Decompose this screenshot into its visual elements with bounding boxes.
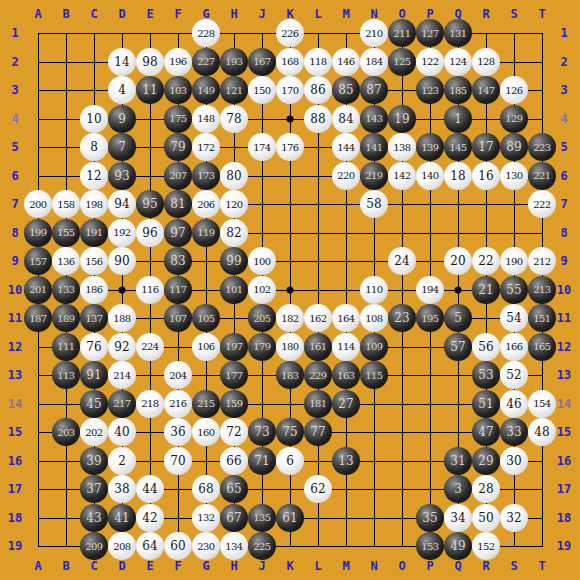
stone-black-101[interactable]: 101 (220, 276, 248, 304)
stone-white-158[interactable]: 158 (52, 190, 80, 218)
stone-black-189[interactable]: 189 (52, 304, 80, 332)
stone-white-172[interactable]: 172 (192, 133, 220, 161)
stone-white-42[interactable]: 42 (136, 504, 164, 532)
stone-black-89[interactable]: 89 (500, 133, 528, 161)
stone-number: 16 (478, 169, 493, 183)
stone-black-221[interactable]: 221 (528, 162, 556, 190)
stone-white-40[interactable]: 40 (108, 418, 136, 446)
stone-black-183[interactable]: 183 (276, 361, 304, 389)
stone-number: 79 (170, 140, 185, 154)
stone-white-142[interactable]: 142 (388, 162, 416, 190)
stone-number: 56 (478, 340, 493, 354)
stone-white-10[interactable]: 10 (80, 105, 108, 133)
stone-black-17[interactable]: 17 (472, 133, 500, 161)
stone-number: 163 (337, 370, 354, 381)
stone-white-218[interactable]: 218 (136, 390, 164, 418)
row-label-right-7: 7 (560, 198, 567, 210)
stone-black-119[interactable]: 119 (192, 219, 220, 247)
stone-black-135[interactable]: 135 (248, 504, 276, 532)
stone-black-177[interactable]: 177 (220, 361, 248, 389)
stone-white-132[interactable]: 132 (192, 504, 220, 532)
stone-black-53[interactable]: 53 (472, 361, 500, 389)
stone-white-28[interactable]: 28 (472, 475, 500, 503)
stone-white-126[interactable]: 126 (500, 76, 528, 104)
stone-number: 135 (253, 512, 270, 523)
stone-white-14[interactable]: 14 (108, 48, 136, 76)
stone-white-184[interactable]: 184 (360, 48, 388, 76)
stone-black-205[interactable]: 205 (248, 304, 276, 332)
stone-white-4[interactable]: 4 (108, 76, 136, 104)
stone-number: 150 (253, 85, 270, 96)
stone-number: 70 (170, 454, 185, 468)
row-label-right-12: 12 (557, 341, 571, 353)
stone-white-70[interactable]: 70 (164, 447, 192, 475)
stone-white-134[interactable]: 134 (220, 532, 248, 560)
stone-number: 118 (309, 56, 326, 67)
stone-white-22[interactable]: 22 (472, 247, 500, 275)
stone-white-216[interactable]: 216 (164, 390, 192, 418)
stone-white-12[interactable]: 12 (80, 162, 108, 190)
stone-number: 214 (113, 370, 130, 381)
stone-white-90[interactable]: 90 (108, 247, 136, 275)
stone-black-31[interactable]: 31 (444, 447, 472, 475)
stone-number: 97 (170, 226, 185, 240)
stone-white-100[interactable]: 100 (248, 247, 276, 275)
col-label-bottom-G: G (202, 560, 209, 572)
stone-white-156[interactable]: 156 (80, 247, 108, 275)
col-label-top-J: J (258, 8, 265, 20)
stone-black-3[interactable]: 3 (444, 475, 472, 503)
stone-white-198[interactable]: 198 (80, 190, 108, 218)
stone-black-167[interactable]: 167 (248, 48, 276, 76)
stone-black-229[interactable]: 229 (304, 361, 332, 389)
row-label-left-5: 5 (11, 141, 18, 153)
stone-black-187[interactable]: 187 (24, 304, 52, 332)
stone-white-214[interactable]: 214 (108, 361, 136, 389)
stone-black-91[interactable]: 91 (80, 361, 108, 389)
stone-white-164[interactable]: 164 (332, 304, 360, 332)
stone-white-18[interactable]: 18 (444, 162, 472, 190)
row-label-right-19: 19 (557, 540, 571, 552)
stone-white-62[interactable]: 62 (304, 475, 332, 503)
stone-number: 159 (225, 398, 242, 409)
stone-white-82[interactable]: 82 (220, 219, 248, 247)
stone-black-159[interactable]: 159 (220, 390, 248, 418)
row-label-left-10: 10 (8, 284, 22, 296)
stone-number: 61 (282, 511, 297, 525)
stone-number: 24 (394, 254, 409, 268)
stone-white-228[interactable]: 228 (192, 19, 220, 47)
stone-white-2[interactable]: 2 (108, 447, 136, 475)
stone-black-123[interactable]: 123 (416, 76, 444, 104)
stone-white-174[interactable]: 174 (248, 133, 276, 161)
stone-black-143[interactable]: 143 (360, 105, 388, 133)
stone-white-84[interactable]: 84 (332, 105, 360, 133)
stone-black-29[interactable]: 29 (472, 447, 500, 475)
stone-white-204[interactable]: 204 (164, 361, 192, 389)
stone-number: 41 (114, 511, 129, 525)
stone-white-168[interactable]: 168 (276, 48, 304, 76)
stone-number: 191 (85, 227, 102, 238)
stone-white-72[interactable]: 72 (220, 418, 248, 446)
stone-black-11[interactable]: 11 (136, 76, 164, 104)
stone-black-81[interactable]: 81 (164, 190, 192, 218)
stone-black-75[interactable]: 75 (276, 418, 304, 446)
stone-white-160[interactable]: 160 (192, 418, 220, 446)
stone-white-102[interactable]: 102 (248, 276, 276, 304)
stone-black-45[interactable]: 45 (80, 390, 108, 418)
stone-white-8[interactable]: 8 (80, 133, 108, 161)
stone-white-200[interactable]: 200 (24, 190, 52, 218)
stone-white-68[interactable]: 68 (192, 475, 220, 503)
stone-black-155[interactable]: 155 (52, 219, 80, 247)
stone-black-137[interactable]: 137 (80, 304, 108, 332)
stone-number: 146 (337, 56, 354, 67)
stone-white-186[interactable]: 186 (80, 276, 108, 304)
stone-black-95[interactable]: 95 (136, 190, 164, 218)
stone-white-30[interactable]: 30 (500, 447, 528, 475)
stone-black-103[interactable]: 103 (164, 76, 192, 104)
stone-white-144[interactable]: 144 (332, 133, 360, 161)
stone-black-139[interactable]: 139 (416, 133, 444, 161)
stone-black-179[interactable]: 179 (248, 333, 276, 361)
stone-white-190[interactable]: 190 (500, 247, 528, 275)
stone-black-9[interactable]: 9 (108, 105, 136, 133)
stone-black-209[interactable]: 209 (80, 532, 108, 560)
stone-white-202[interactable]: 202 (80, 418, 108, 446)
stone-number: 108 (365, 313, 382, 324)
stone-black-97[interactable]: 97 (164, 219, 192, 247)
stone-white-122[interactable]: 122 (416, 48, 444, 76)
stone-white-114[interactable]: 114 (332, 333, 360, 361)
stone-white-154[interactable]: 154 (528, 390, 556, 418)
stone-black-201[interactable]: 201 (24, 276, 52, 304)
stone-black-127[interactable]: 127 (416, 19, 444, 47)
stone-black-61[interactable]: 61 (276, 504, 304, 532)
stone-black-19[interactable]: 19 (388, 105, 416, 133)
stone-number: 35 (422, 511, 437, 525)
stone-number: 91 (86, 368, 101, 382)
stone-white-182[interactable]: 182 (276, 304, 304, 332)
stone-black-193[interactable]: 193 (220, 48, 248, 76)
stone-black-107[interactable]: 107 (164, 304, 192, 332)
stone-white-152[interactable]: 152 (472, 532, 500, 560)
stone-black-85[interactable]: 85 (332, 76, 360, 104)
stone-black-51[interactable]: 51 (472, 390, 500, 418)
stone-black-151[interactable]: 151 (528, 304, 556, 332)
stone-white-194[interactable]: 194 (416, 276, 444, 304)
stone-number: 94 (114, 197, 129, 211)
stone-number: 85 (338, 83, 353, 97)
stone-number: 204 (169, 370, 186, 381)
row-label-left-1: 1 (11, 27, 18, 39)
stone-black-5[interactable]: 5 (444, 304, 472, 332)
row-label-right-14: 14 (557, 398, 571, 410)
stone-black-35[interactable]: 35 (416, 504, 444, 532)
stone-white-86[interactable]: 86 (304, 76, 332, 104)
stone-number: 95 (142, 197, 157, 211)
stone-number: 6 (286, 454, 294, 468)
stone-number: 142 (393, 170, 410, 181)
stone-black-57[interactable]: 57 (444, 333, 472, 361)
stone-number: 211 (393, 28, 410, 39)
stone-number: 39 (86, 454, 101, 468)
stone-white-80[interactable]: 80 (220, 162, 248, 190)
row-label-left-15: 15 (8, 426, 22, 438)
stone-white-46[interactable]: 46 (500, 390, 528, 418)
stone-white-108[interactable]: 108 (360, 304, 388, 332)
stone-black-213[interactable]: 213 (528, 276, 556, 304)
stone-black-181[interactable]: 181 (304, 390, 332, 418)
stone-black-13[interactable]: 13 (332, 447, 360, 475)
stone-white-16[interactable]: 16 (472, 162, 500, 190)
stone-number: 32 (506, 511, 521, 525)
stone-black-39[interactable]: 39 (80, 447, 108, 475)
stone-black-147[interactable]: 147 (472, 76, 500, 104)
stone-white-50[interactable]: 50 (472, 504, 500, 532)
stone-black-23[interactable]: 23 (388, 304, 416, 332)
stone-white-32[interactable]: 32 (500, 504, 528, 532)
stone-white-212[interactable]: 212 (528, 247, 556, 275)
stone-black-1[interactable]: 1 (444, 105, 472, 133)
stone-black-21[interactable]: 21 (472, 276, 500, 304)
stone-white-176[interactable]: 176 (276, 133, 304, 161)
col-label-bottom-A: A (34, 560, 41, 572)
stone-black-227[interactable]: 227 (192, 48, 220, 76)
stone-black-215[interactable]: 215 (192, 390, 220, 418)
stone-number: 212 (533, 256, 550, 267)
stone-white-224[interactable]: 224 (136, 333, 164, 361)
stone-black-203[interactable]: 203 (52, 418, 80, 446)
stone-black-27[interactable]: 27 (332, 390, 360, 418)
stone-black-55[interactable]: 55 (500, 276, 528, 304)
stone-number: 93 (114, 169, 129, 183)
stone-black-185[interactable]: 185 (444, 76, 472, 104)
stone-white-170[interactable]: 170 (276, 76, 304, 104)
row-label-left-6: 6 (11, 170, 18, 182)
stone-black-157[interactable]: 157 (24, 247, 52, 275)
go-board[interactable]: AABBCCDDEEFFGGHHJJKKLLMMNNOOPPQQRRSSTT11… (0, 0, 580, 580)
stone-white-92[interactable]: 92 (108, 333, 136, 361)
stone-number: 84 (338, 112, 353, 126)
stone-black-47[interactable]: 47 (472, 418, 500, 446)
stone-white-124[interactable]: 124 (444, 48, 472, 76)
stone-black-87[interactable]: 87 (360, 76, 388, 104)
stone-white-78[interactable]: 78 (220, 105, 248, 133)
stone-black-121[interactable]: 121 (220, 76, 248, 104)
col-label-top-M: M (342, 8, 349, 20)
stone-black-115[interactable]: 115 (360, 361, 388, 389)
stone-number: 38 (114, 482, 129, 496)
stone-white-130[interactable]: 130 (500, 162, 528, 190)
stone-number: 116 (141, 284, 158, 295)
stone-white-54[interactable]: 54 (500, 304, 528, 332)
col-label-bottom-T: T (538, 560, 545, 572)
stone-white-120[interactable]: 120 (220, 190, 248, 218)
col-label-top-A: A (34, 8, 41, 20)
stone-number: 57 (450, 340, 465, 354)
stone-white-106[interactable]: 106 (192, 333, 220, 361)
stone-white-208[interactable]: 208 (108, 532, 136, 560)
stone-black-225[interactable]: 225 (248, 532, 276, 560)
stone-white-6[interactable]: 6 (276, 447, 304, 475)
stone-number: 198 (85, 199, 102, 210)
stone-white-44[interactable]: 44 (136, 475, 164, 503)
stone-black-191[interactable]: 191 (80, 219, 108, 247)
stone-black-41[interactable]: 41 (108, 504, 136, 532)
stone-number: 62 (310, 482, 325, 496)
stone-white-128[interactable]: 128 (472, 48, 500, 76)
stone-white-206[interactable]: 206 (192, 190, 220, 218)
stone-black-7[interactable]: 7 (108, 133, 136, 161)
stone-number: 109 (365, 341, 382, 352)
stone-white-180[interactable]: 180 (276, 333, 304, 361)
stone-black-133[interactable]: 133 (52, 276, 80, 304)
stone-black-217[interactable]: 217 (108, 390, 136, 418)
stone-white-136[interactable]: 136 (52, 247, 80, 275)
stone-number: 19 (394, 112, 409, 126)
stone-black-207[interactable]: 207 (164, 162, 192, 190)
stone-white-220[interactable]: 220 (332, 162, 360, 190)
stone-white-88[interactable]: 88 (304, 105, 332, 133)
stone-number: 11 (142, 83, 157, 97)
stone-black-111[interactable]: 111 (52, 333, 80, 361)
stone-white-148[interactable]: 148 (192, 105, 220, 133)
stone-black-173[interactable]: 173 (192, 162, 220, 190)
stone-white-94[interactable]: 94 (108, 190, 136, 218)
stone-black-175[interactable]: 175 (164, 105, 192, 133)
stone-white-196[interactable]: 196 (164, 48, 192, 76)
stone-black-223[interactable]: 223 (528, 133, 556, 161)
stone-white-150[interactable]: 150 (248, 76, 276, 104)
stone-white-60[interactable]: 60 (164, 532, 192, 560)
stone-white-34[interactable]: 34 (444, 504, 472, 532)
stone-number: 72 (226, 425, 241, 439)
stone-white-118[interactable]: 118 (304, 48, 332, 76)
stone-white-226[interactable]: 226 (276, 19, 304, 47)
stone-white-192[interactable]: 192 (108, 219, 136, 247)
stone-black-109[interactable]: 109 (360, 333, 388, 361)
stone-white-162[interactable]: 162 (304, 304, 332, 332)
stone-black-77[interactable]: 77 (304, 418, 332, 446)
stone-number: 170 (281, 85, 298, 96)
stone-number: 179 (253, 341, 270, 352)
stone-white-166[interactable]: 166 (500, 333, 528, 361)
stone-white-56[interactable]: 56 (472, 333, 500, 361)
stone-black-163[interactable]: 163 (332, 361, 360, 389)
row-label-right-16: 16 (557, 455, 571, 467)
stone-white-36[interactable]: 36 (164, 418, 192, 446)
stone-white-64[interactable]: 64 (136, 532, 164, 560)
stone-white-96[interactable]: 96 (136, 219, 164, 247)
stone-number: 27 (338, 397, 353, 411)
stone-white-110[interactable]: 110 (360, 276, 388, 304)
stone-white-222[interactable]: 222 (528, 190, 556, 218)
col-label-bottom-D: D (118, 560, 125, 572)
stone-black-117[interactable]: 117 (164, 276, 192, 304)
stone-black-37[interactable]: 37 (80, 475, 108, 503)
stone-number: 44 (142, 482, 157, 496)
stone-black-131[interactable]: 131 (444, 19, 472, 47)
stone-black-73[interactable]: 73 (248, 418, 276, 446)
stone-white-230[interactable]: 230 (192, 532, 220, 560)
stone-white-48[interactable]: 48 (528, 418, 556, 446)
stone-number: 152 (477, 541, 494, 552)
stone-number: 213 (533, 284, 550, 295)
stone-black-65[interactable]: 65 (220, 475, 248, 503)
stone-white-140[interactable]: 140 (416, 162, 444, 190)
stone-black-83[interactable]: 83 (164, 247, 192, 275)
stone-white-146[interactable]: 146 (332, 48, 360, 76)
stone-black-141[interactable]: 141 (360, 133, 388, 161)
stone-black-165[interactable]: 165 (528, 333, 556, 361)
stone-black-99[interactable]: 99 (220, 247, 248, 275)
stone-white-138[interactable]: 138 (388, 133, 416, 161)
stone-black-113[interactable]: 113 (52, 361, 80, 389)
stone-black-129[interactable]: 129 (500, 105, 528, 133)
stone-number: 121 (225, 85, 242, 96)
stone-black-153[interactable]: 153 (416, 532, 444, 560)
stone-black-49[interactable]: 49 (444, 532, 472, 560)
stone-number: 29 (478, 454, 493, 468)
row-label-left-11: 11 (8, 312, 22, 324)
stone-number: 138 (393, 142, 410, 153)
stone-number: 126 (505, 85, 522, 96)
stone-white-116[interactable]: 116 (136, 276, 164, 304)
stone-white-24[interactable]: 24 (388, 247, 416, 275)
col-label-bottom-N: N (370, 560, 377, 572)
stone-number: 182 (281, 313, 298, 324)
stone-black-161[interactable]: 161 (304, 333, 332, 361)
stone-number: 123 (421, 85, 438, 96)
stone-white-98[interactable]: 98 (136, 48, 164, 76)
stone-black-149[interactable]: 149 (192, 76, 220, 104)
stone-black-197[interactable]: 197 (220, 333, 248, 361)
stone-number: 129 (505, 113, 522, 124)
stone-black-199[interactable]: 199 (24, 219, 52, 247)
stone-black-67[interactable]: 67 (220, 504, 248, 532)
stone-white-20[interactable]: 20 (444, 247, 472, 275)
stone-black-125[interactable]: 125 (388, 48, 416, 76)
stone-white-76[interactable]: 76 (80, 333, 108, 361)
row-label-right-18: 18 (557, 512, 571, 524)
stone-white-188[interactable]: 188 (108, 304, 136, 332)
stone-number: 110 (365, 284, 382, 295)
stone-white-66[interactable]: 66 (220, 447, 248, 475)
stone-number: 153 (421, 541, 438, 552)
stone-black-219[interactable]: 219 (360, 162, 388, 190)
stone-number: 42 (142, 511, 157, 525)
stone-white-52[interactable]: 52 (500, 361, 528, 389)
stone-number: 139 (421, 142, 438, 153)
stone-black-211[interactable]: 211 (388, 19, 416, 47)
stone-black-33[interactable]: 33 (500, 418, 528, 446)
stone-number: 46 (506, 397, 521, 411)
stone-black-79[interactable]: 79 (164, 133, 192, 161)
stone-white-58[interactable]: 58 (360, 190, 388, 218)
stone-white-38[interactable]: 38 (108, 475, 136, 503)
stone-black-93[interactable]: 93 (108, 162, 136, 190)
stone-black-71[interactable]: 71 (248, 447, 276, 475)
stone-number: 75 (282, 425, 297, 439)
stone-black-195[interactable]: 195 (416, 304, 444, 332)
stone-black-43[interactable]: 43 (80, 504, 108, 532)
stone-black-145[interactable]: 145 (444, 133, 472, 161)
stone-black-105[interactable]: 105 (192, 304, 220, 332)
row-label-right-6: 6 (560, 170, 567, 182)
stone-white-210[interactable]: 210 (360, 19, 388, 47)
stone-number: 154 (533, 398, 550, 409)
